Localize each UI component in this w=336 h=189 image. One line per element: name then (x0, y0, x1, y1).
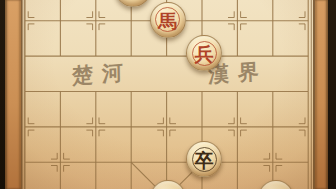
xiangqi-board-screen: 楚河 漢界 馬兵卒 (0, 0, 336, 189)
pieces-layer: 馬兵卒 (0, 0, 336, 189)
piece-unknown-piece-top[interactable] (115, 0, 151, 7)
right-dark-bar (328, 0, 336, 189)
board-left-wood-margin (5, 0, 21, 189)
piece-red-horse[interactable]: 馬 (150, 2, 186, 38)
board-right-wood-margin (315, 0, 328, 189)
piece-unknown-piece-bottom-left[interactable] (150, 180, 186, 189)
piece-ring (192, 147, 217, 172)
piece-ring (192, 41, 217, 66)
piece-unknown-piece-bottom-right[interactable] (258, 180, 294, 189)
left-dark-bar (0, 0, 5, 189)
piece-black-soldier[interactable]: 卒 (186, 141, 222, 177)
piece-red-soldier[interactable]: 兵 (186, 35, 222, 71)
